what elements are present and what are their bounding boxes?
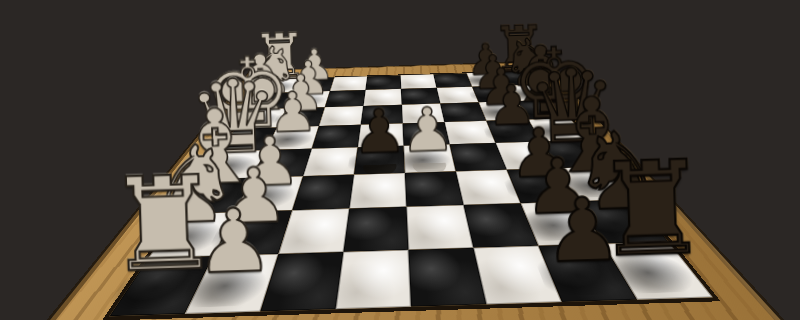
board-perspective-wrap: ♜♟♟♜♞♟♟♞♝♟♟♝♚♟♟♚♛♟♟♟♟♛♝♟♟♝♞♟♟♞♜♟♟♜ (179, 0, 620, 320)
square-a4[interactable] (336, 250, 411, 309)
square-b4[interactable] (343, 207, 408, 252)
board-3d: ♜♟♟♜♞♟♟♞♝♟♟♝♚♟♟♚♛♟♟♟♟♛♝♟♟♝♞♟♟♞♜♟♟♜ (15, 61, 799, 320)
chess-scene: ♜♟♟♜♞♟♟♞♝♟♟♝♚♟♟♚♛♟♟♟♟♛♝♟♟♝♞♟♟♞♜♟♟♜ (0, 0, 800, 320)
piece-white-pawn-a2[interactable]: ♟ (121, 198, 346, 285)
square-d5[interactable]: ♟♟ (404, 144, 456, 173)
square-c4[interactable] (349, 173, 406, 209)
piece-black-pawn-a7[interactable]: ♟ (470, 187, 695, 274)
board: ♜♟♟♜♞♟♟♞♝♟♟♝♚♟♟♚♛♟♟♟♟♛♝♟♟♝♞♟♟♞♜♟♟♜ (109, 71, 712, 316)
square-h4[interactable] (366, 75, 402, 90)
board-wooden-frame: ♜♟♟♜♞♟♟♞♝♟♟♝♚♟♟♚♛♟♟♟♟♛♝♟♟♝♞♟♟♞♜♟♟♜ (15, 61, 799, 320)
square-a2[interactable]: ♟ (185, 254, 279, 314)
